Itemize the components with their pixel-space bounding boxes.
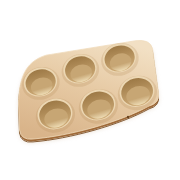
muffin-pan-image	[0, 0, 180, 180]
pan-edge-notch	[127, 116, 129, 118]
product-photo	[0, 0, 180, 180]
